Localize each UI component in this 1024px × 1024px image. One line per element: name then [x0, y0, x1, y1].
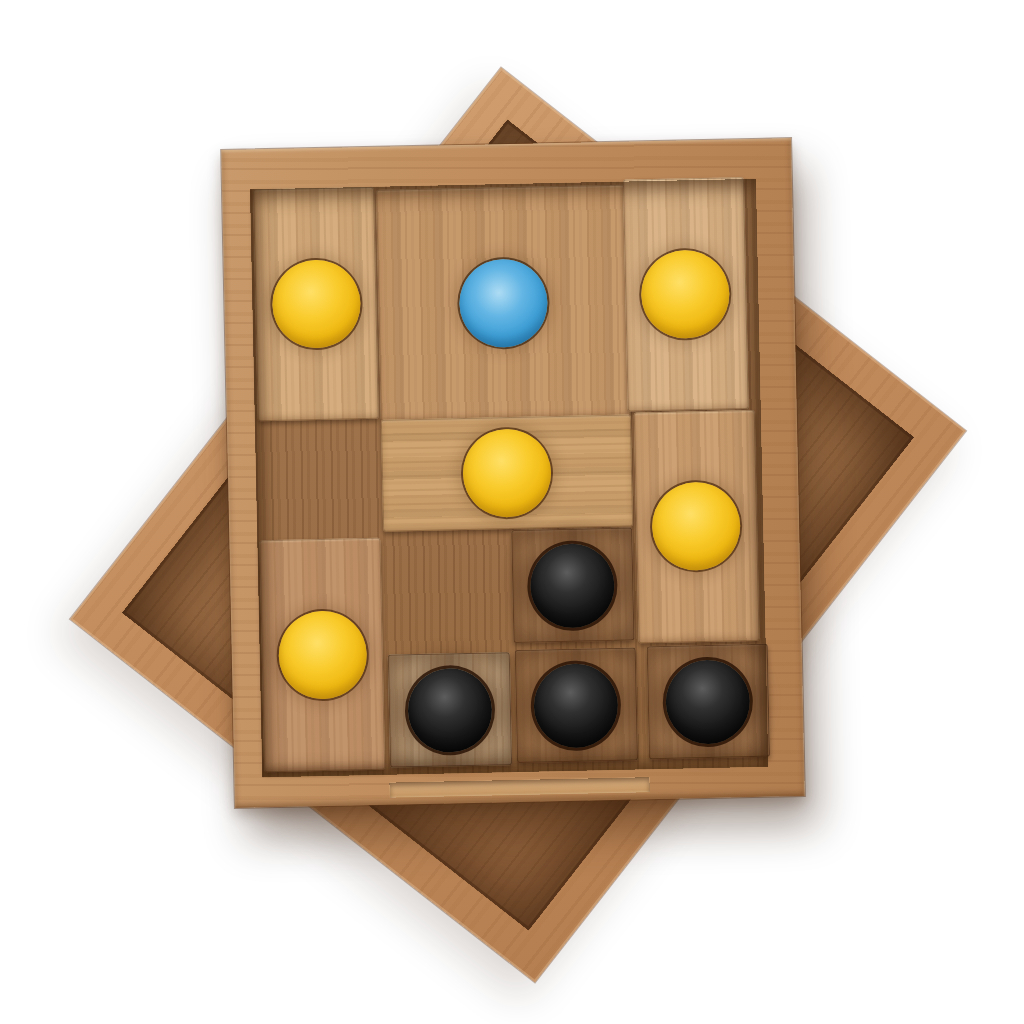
piece-A-1x2-vertical[interactable]	[253, 187, 379, 421]
yellow-dot	[462, 428, 552, 518]
piece-G-1x1-square[interactable]	[511, 528, 635, 643]
piece-B-2x2-big-square[interactable]	[376, 185, 630, 422]
black-dot	[533, 662, 619, 748]
piece-F-1x2-vertical[interactable]	[259, 538, 385, 772]
piece-D-2x1-horizontal[interactable]	[381, 414, 633, 532]
piece-E-1x2-vertical[interactable]	[634, 410, 760, 644]
puzzle-tray	[221, 138, 805, 808]
black-dot	[530, 543, 616, 629]
scene	[0, 0, 1024, 1024]
piece-C-1x2-vertical[interactable]	[623, 177, 749, 411]
yellow-dot	[271, 259, 361, 349]
piece-I-1x1-square[interactable]	[514, 648, 638, 763]
yellow-dot	[277, 610, 367, 700]
piece-H-1x1-square[interactable]	[388, 652, 512, 767]
yellow-dot	[652, 482, 742, 572]
puzzle-board	[250, 179, 768, 777]
piece-J-1x1-square[interactable]	[646, 644, 770, 759]
black-dot	[665, 659, 751, 745]
yellow-dot	[641, 249, 731, 339]
blue-dot	[459, 258, 549, 348]
tray-finger-notch	[389, 777, 649, 797]
black-dot	[407, 667, 493, 753]
